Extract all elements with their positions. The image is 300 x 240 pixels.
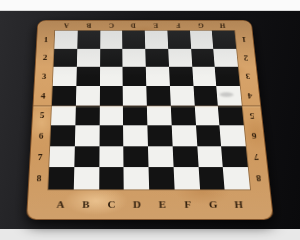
square-b5[interactable] xyxy=(75,105,99,125)
square-e1[interactable] xyxy=(145,31,168,49)
background-bottom-strip xyxy=(0,229,300,240)
scuff-mark xyxy=(219,92,233,97)
square-g3[interactable] xyxy=(192,67,217,86)
file-label-top-b: B xyxy=(78,21,100,31)
rank-label-left-4: 4 xyxy=(33,86,52,105)
square-f6[interactable] xyxy=(171,125,196,146)
square-b2[interactable] xyxy=(77,49,100,67)
square-g5[interactable] xyxy=(194,105,219,125)
square-c5[interactable] xyxy=(99,105,123,125)
square-f5[interactable] xyxy=(171,105,196,125)
file-labels-top: ABCDEFGH xyxy=(55,21,234,31)
square-b6[interactable] xyxy=(75,125,100,146)
square-f2[interactable] xyxy=(168,49,192,67)
file-label-bottom-h: H xyxy=(225,189,253,219)
square-d5[interactable] xyxy=(123,105,147,125)
file-label-bottom-e: E xyxy=(149,189,176,219)
background-top-strip xyxy=(0,0,300,11)
square-f1[interactable] xyxy=(167,31,191,49)
square-d1[interactable] xyxy=(122,31,145,49)
square-h5[interactable] xyxy=(218,105,244,125)
square-b1[interactable] xyxy=(77,31,100,49)
file-label-top-c: C xyxy=(100,21,122,31)
square-d6[interactable] xyxy=(123,125,148,146)
board-grid xyxy=(48,31,250,190)
file-label-bottom-c: C xyxy=(99,189,125,219)
square-a6[interactable] xyxy=(50,125,75,146)
file-label-top-e: E xyxy=(144,21,167,31)
square-c2[interactable] xyxy=(100,49,123,67)
square-a1[interactable] xyxy=(54,31,77,49)
square-f7[interactable] xyxy=(172,146,198,167)
square-h7[interactable] xyxy=(221,146,248,167)
square-g7[interactable] xyxy=(197,146,223,167)
square-d7[interactable] xyxy=(124,146,149,167)
square-b8[interactable] xyxy=(74,167,99,189)
rank-label-left-7: 7 xyxy=(30,146,50,167)
square-g8[interactable] xyxy=(198,167,225,189)
square-c4[interactable] xyxy=(99,86,123,105)
rank-label-right-3: 3 xyxy=(238,67,258,86)
rank-label-right-6: 6 xyxy=(244,125,265,146)
rank-label-right-7: 7 xyxy=(246,146,267,167)
square-g2[interactable] xyxy=(191,49,215,67)
square-c8[interactable] xyxy=(99,167,124,189)
square-e4[interactable] xyxy=(146,86,170,105)
square-e3[interactable] xyxy=(146,67,170,86)
square-e7[interactable] xyxy=(148,146,173,167)
rank-label-left-6: 6 xyxy=(31,125,51,146)
square-a4[interactable] xyxy=(52,86,76,105)
rank-label-right-2: 2 xyxy=(236,49,256,67)
file-label-top-d: D xyxy=(122,21,145,31)
rank-label-left-8: 8 xyxy=(29,167,50,189)
square-e8[interactable] xyxy=(149,167,175,189)
square-a5[interactable] xyxy=(51,105,76,125)
rank-label-left-2: 2 xyxy=(36,49,55,67)
square-f4[interactable] xyxy=(170,86,195,105)
file-label-bottom-g: G xyxy=(200,189,228,219)
file-label-bottom-a: A xyxy=(47,189,73,219)
square-h3[interactable] xyxy=(215,67,240,86)
square-a2[interactable] xyxy=(54,49,78,67)
square-g4[interactable] xyxy=(193,86,218,105)
square-g1[interactable] xyxy=(190,31,214,49)
rank-label-right-4: 4 xyxy=(240,86,260,105)
file-label-top-a: A xyxy=(55,21,78,31)
file-label-bottom-b: B xyxy=(73,189,99,219)
file-label-bottom-d: D xyxy=(124,189,150,219)
square-h6[interactable] xyxy=(220,125,246,146)
file-label-bottom-f: F xyxy=(174,189,201,219)
board-hinge-seam xyxy=(33,105,260,107)
square-e5[interactable] xyxy=(147,105,172,125)
square-b4[interactable] xyxy=(76,86,100,105)
square-c1[interactable] xyxy=(100,31,123,49)
file-label-top-g: G xyxy=(189,21,212,31)
square-f8[interactable] xyxy=(173,167,199,189)
rank-label-right-1: 1 xyxy=(234,31,253,49)
board-perspective-wrapper: ABCDEFGH 12345678 12345678 ABCDEFGH xyxy=(26,20,274,220)
square-d4[interactable] xyxy=(123,86,147,105)
square-d8[interactable] xyxy=(124,167,149,189)
rank-label-right-5: 5 xyxy=(242,105,263,125)
square-b7[interactable] xyxy=(74,146,99,167)
square-e2[interactable] xyxy=(145,49,169,67)
square-b3[interactable] xyxy=(76,67,100,86)
square-c6[interactable] xyxy=(99,125,123,146)
chessboard: ABCDEFGH 12345678 12345678 ABCDEFGH xyxy=(26,20,274,220)
square-e6[interactable] xyxy=(147,125,172,146)
square-h1[interactable] xyxy=(212,31,236,49)
square-a3[interactable] xyxy=(53,67,77,86)
square-c3[interactable] xyxy=(100,67,123,86)
square-f3[interactable] xyxy=(169,67,193,86)
rank-label-left-1: 1 xyxy=(37,31,55,49)
square-a7[interactable] xyxy=(49,146,74,167)
rank-label-right-8: 8 xyxy=(248,167,270,189)
square-h2[interactable] xyxy=(213,49,238,67)
square-g6[interactable] xyxy=(196,125,222,146)
square-d3[interactable] xyxy=(123,67,147,86)
square-c7[interactable] xyxy=(99,146,124,167)
rank-label-left-5: 5 xyxy=(32,105,52,125)
square-h8[interactable] xyxy=(223,167,250,189)
file-labels-bottom: ABCDEFGH xyxy=(47,189,253,219)
square-d2[interactable] xyxy=(123,49,146,67)
file-label-top-f: F xyxy=(167,21,190,31)
file-label-top-h: H xyxy=(211,21,234,31)
chessboard-photo: ABCDEFGH 12345678 12345678 ABCDEFGH xyxy=(0,0,300,240)
rank-label-left-3: 3 xyxy=(35,67,54,86)
square-a8[interactable] xyxy=(48,167,74,189)
